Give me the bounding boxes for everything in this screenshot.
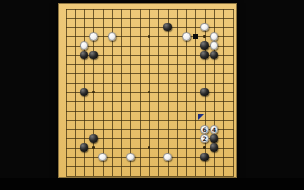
black-stone [80, 51, 89, 60]
grid-line [158, 9, 159, 176]
grid-line [233, 9, 234, 176]
white-stone [210, 32, 219, 41]
white-stone [98, 153, 107, 162]
grid-line [66, 120, 234, 121]
black-stone [200, 88, 209, 97]
go-board[interactable]: 642 [58, 3, 237, 178]
video-frame: 642 [0, 0, 304, 190]
white-stone [182, 32, 191, 41]
white-stone [108, 32, 117, 41]
star-point [203, 35, 206, 38]
white-stone [200, 23, 209, 32]
star-point [92, 146, 95, 149]
black-stone [210, 143, 219, 152]
black-stone [89, 134, 98, 143]
move-number-label: 2 [201, 135, 208, 143]
cursor-icon [198, 114, 204, 120]
move-number-label: 4 [211, 126, 218, 134]
black-stone [210, 51, 219, 60]
white-stone [163, 153, 172, 162]
white-stone [80, 41, 89, 50]
black-stone [200, 51, 209, 60]
player-control-bar [0, 178, 304, 190]
white-stone: 2 [200, 134, 209, 143]
grid-line [177, 9, 178, 176]
black-stone [80, 88, 89, 97]
grid-line [66, 176, 234, 177]
black-stone [200, 41, 209, 50]
black-stone [200, 153, 209, 162]
black-stone [210, 134, 219, 143]
white-stone [210, 41, 219, 50]
star-point [203, 146, 206, 149]
white-stone: 6 [200, 125, 209, 134]
square-marker [193, 34, 198, 39]
black-stone [163, 23, 172, 32]
grid-line [66, 111, 234, 112]
black-stone [80, 143, 89, 152]
black-stone [89, 51, 98, 60]
star-point [148, 35, 151, 38]
grid-line [168, 9, 169, 176]
move-number-label: 6 [201, 126, 208, 134]
grid-line [66, 166, 234, 167]
star-point [92, 91, 95, 94]
white-stone [126, 153, 135, 162]
white-stone: 4 [210, 125, 219, 134]
grid-line [223, 9, 224, 176]
grid-line [66, 101, 234, 102]
white-stone [89, 32, 98, 41]
